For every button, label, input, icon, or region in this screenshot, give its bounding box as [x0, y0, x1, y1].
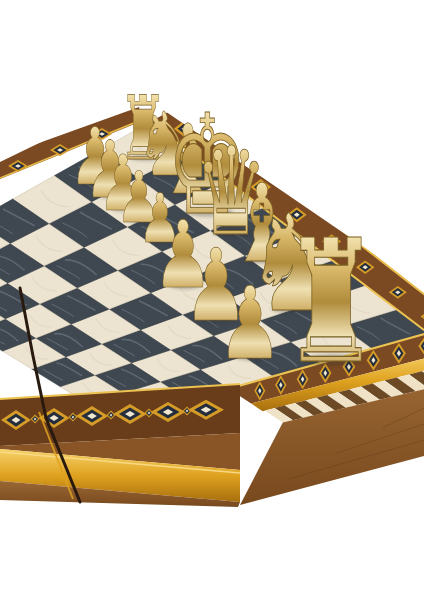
product-photo-stage: ♜♞♟♝♟♟♚♟♛♟♝♟♞♟♟♜ [0, 0, 424, 600]
piece-white-rook[interactable]: ♜ [283, 203, 379, 402]
piece-white-pawn[interactable]: ♟ [218, 265, 283, 382]
chessboard-photo: ♜♞♟♝♟♟♚♟♛♟♝♟♞♟♟♜ [0, 0, 424, 600]
